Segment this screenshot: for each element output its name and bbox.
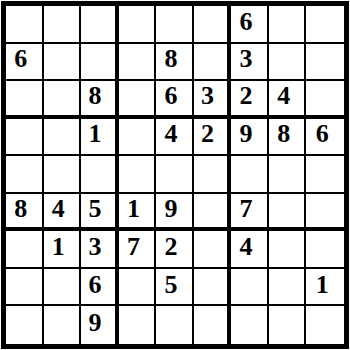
cell-r6c5[interactable]: 9 xyxy=(156,194,194,232)
given-digit: 8 xyxy=(164,46,177,72)
cell-r5c8[interactable] xyxy=(269,156,307,194)
given-digit: 9 xyxy=(88,310,101,336)
cell-r6c6[interactable] xyxy=(194,194,232,232)
cell-r8c8[interactable] xyxy=(269,269,307,307)
cell-r9c8[interactable] xyxy=(269,306,307,344)
given-digit: 4 xyxy=(277,83,290,109)
given-digit: 8 xyxy=(88,83,101,109)
given-digit: 1 xyxy=(127,196,140,222)
cell-r9c9[interactable] xyxy=(306,306,344,344)
cell-r1c3[interactable] xyxy=(81,6,119,44)
given-digit: 7 xyxy=(127,234,140,260)
given-digit: 4 xyxy=(52,196,65,222)
cell-r3c3[interactable]: 8 xyxy=(81,81,119,119)
cell-r5c4[interactable] xyxy=(119,156,157,194)
cell-r2c6[interactable] xyxy=(194,44,232,82)
cell-r2c2[interactable] xyxy=(44,44,82,82)
cell-r4c1[interactable] xyxy=(6,119,44,157)
cell-r6c3[interactable]: 5 xyxy=(81,194,119,232)
given-digit: 4 xyxy=(240,234,253,260)
cell-r1c8[interactable] xyxy=(269,6,307,44)
cell-r9c1[interactable] xyxy=(6,306,44,344)
cell-r5c5[interactable] xyxy=(156,156,194,194)
cell-r5c1[interactable] xyxy=(6,156,44,194)
sudoku-page: 668386324142986845197137246519 xyxy=(0,0,350,350)
cell-r9c2[interactable] xyxy=(44,306,82,344)
given-digit: 9 xyxy=(240,121,253,147)
cell-r8c1[interactable] xyxy=(6,269,44,307)
cell-r8c5[interactable]: 5 xyxy=(156,269,194,307)
given-digit: 5 xyxy=(88,196,101,222)
cell-r1c6[interactable] xyxy=(194,6,232,44)
cell-r1c4[interactable] xyxy=(119,6,157,44)
cell-r9c6[interactable] xyxy=(194,306,232,344)
cell-r3c9[interactable] xyxy=(306,81,344,119)
cell-r8c4[interactable] xyxy=(119,269,157,307)
cell-r5c9[interactable] xyxy=(306,156,344,194)
cell-r4c4[interactable] xyxy=(119,119,157,157)
given-digit: 8 xyxy=(14,196,27,222)
cell-r8c3[interactable]: 6 xyxy=(81,269,119,307)
cell-r2c8[interactable] xyxy=(269,44,307,82)
cell-r2c7[interactable]: 3 xyxy=(231,44,269,82)
cell-r8c6[interactable] xyxy=(194,269,232,307)
cell-r4c2[interactable] xyxy=(44,119,82,157)
given-digit: 2 xyxy=(240,83,253,109)
cell-r3c6[interactable]: 3 xyxy=(194,81,232,119)
given-digit: 1 xyxy=(52,234,65,260)
cell-r4c7[interactable]: 9 xyxy=(231,119,269,157)
cell-r3c8[interactable]: 4 xyxy=(269,81,307,119)
cell-r8c9[interactable]: 1 xyxy=(306,269,344,307)
cell-r7c7[interactable]: 4 xyxy=(231,231,269,269)
given-digit: 8 xyxy=(277,121,290,147)
given-digit: 5 xyxy=(164,272,177,298)
cell-r7c8[interactable] xyxy=(269,231,307,269)
given-digit: 6 xyxy=(316,121,329,147)
given-digit: 3 xyxy=(201,83,214,109)
cell-r7c9[interactable] xyxy=(306,231,344,269)
cell-r5c7[interactable] xyxy=(231,156,269,194)
cell-r6c7[interactable]: 7 xyxy=(231,194,269,232)
cell-r2c4[interactable] xyxy=(119,44,157,82)
cell-r9c7[interactable] xyxy=(231,306,269,344)
cell-r1c5[interactable] xyxy=(156,6,194,44)
cell-r2c5[interactable]: 8 xyxy=(156,44,194,82)
cell-r9c4[interactable] xyxy=(119,306,157,344)
cell-r7c4[interactable]: 7 xyxy=(119,231,157,269)
cell-r7c2[interactable]: 1 xyxy=(44,231,82,269)
given-digit: 6 xyxy=(88,272,101,298)
cell-r1c7[interactable]: 6 xyxy=(231,6,269,44)
given-digit: 4 xyxy=(164,121,177,147)
given-digit: 2 xyxy=(164,234,177,260)
cell-r7c5[interactable]: 2 xyxy=(156,231,194,269)
cell-r7c1[interactable] xyxy=(6,231,44,269)
cell-r1c2[interactable] xyxy=(44,6,82,44)
cell-r6c1[interactable]: 8 xyxy=(6,194,44,232)
given-digit: 3 xyxy=(88,234,101,260)
cell-r3c7[interactable]: 2 xyxy=(231,81,269,119)
cell-r9c3[interactable]: 9 xyxy=(81,306,119,344)
cell-r3c4[interactable] xyxy=(119,81,157,119)
cell-r6c9[interactable] xyxy=(306,194,344,232)
cell-r2c9[interactable] xyxy=(306,44,344,82)
cell-r3c5[interactable]: 6 xyxy=(156,81,194,119)
cell-r4c9[interactable]: 6 xyxy=(306,119,344,157)
cell-r8c2[interactable] xyxy=(44,269,82,307)
cell-r1c1[interactable] xyxy=(6,6,44,44)
cell-r9c5[interactable] xyxy=(156,306,194,344)
cell-r6c4[interactable]: 1 xyxy=(119,194,157,232)
cell-r7c6[interactable] xyxy=(194,231,232,269)
cell-r5c3[interactable] xyxy=(81,156,119,194)
sudoku-board: 668386324142986845197137246519 xyxy=(1,1,349,349)
cell-r3c2[interactable] xyxy=(44,81,82,119)
cell-r5c2[interactable] xyxy=(44,156,82,194)
given-digit: 1 xyxy=(88,121,101,147)
cell-r4c5[interactable]: 4 xyxy=(156,119,194,157)
given-digit: 9 xyxy=(164,196,177,222)
given-digit: 6 xyxy=(164,83,177,109)
given-digit: 6 xyxy=(240,9,253,35)
given-digit: 2 xyxy=(201,121,214,147)
cell-r2c1[interactable]: 6 xyxy=(6,44,44,82)
cell-r5c6[interactable] xyxy=(194,156,232,194)
cell-r4c8[interactable]: 8 xyxy=(269,119,307,157)
cell-r6c2[interactable]: 4 xyxy=(44,194,82,232)
given-digit: 1 xyxy=(316,272,329,298)
cell-r2c3[interactable] xyxy=(81,44,119,82)
cell-r4c3[interactable]: 1 xyxy=(81,119,119,157)
cell-r3c1[interactable] xyxy=(6,81,44,119)
cell-r1c9[interactable] xyxy=(306,6,344,44)
cell-r4c6[interactable]: 2 xyxy=(194,119,232,157)
given-digit: 6 xyxy=(14,46,27,72)
cell-r6c8[interactable] xyxy=(269,194,307,232)
cell-r7c3[interactable]: 3 xyxy=(81,231,119,269)
cell-r8c7[interactable] xyxy=(231,269,269,307)
given-digit: 7 xyxy=(240,196,253,222)
given-digit: 3 xyxy=(240,46,253,72)
